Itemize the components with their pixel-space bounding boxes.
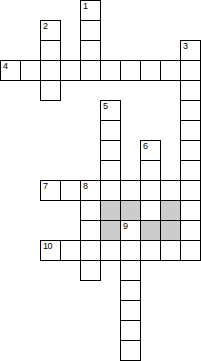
cell-r5c3[interactable] [40, 80, 61, 101]
cell-r7c6[interactable] [100, 120, 121, 141]
cell-r13c9[interactable] [160, 240, 181, 261]
clue-number-3: 3 [183, 41, 188, 52]
cell-r5c10[interactable] [180, 80, 201, 101]
cell-r10c9[interactable] [160, 180, 181, 201]
blocked-cell-r12c9 [160, 220, 181, 241]
crossword-page: 12345678910 [0, 0, 201, 361]
cell-r10c5[interactable]: 8 [80, 180, 101, 201]
cell-r9c8[interactable] [140, 160, 161, 181]
cell-r18c7[interactable] [120, 340, 141, 361]
cell-r11c10[interactable] [180, 200, 201, 221]
cell-r14c5[interactable] [80, 260, 101, 281]
cell-r7c10[interactable] [180, 120, 201, 141]
cell-r17c7[interactable] [120, 320, 141, 341]
clue-number-2: 2 [43, 21, 48, 32]
cell-r4c5[interactable] [80, 60, 101, 81]
cell-r3c10[interactable]: 3 [180, 40, 201, 61]
cell-r4c2[interactable] [20, 60, 41, 81]
clue-number-6: 6 [143, 141, 148, 152]
cell-r12c10[interactable] [180, 220, 201, 241]
cell-r12c7[interactable]: 9 [120, 220, 141, 241]
cell-r10c3[interactable]: 7 [40, 180, 61, 201]
clue-number-4: 4 [3, 61, 8, 72]
cell-r3c5[interactable] [80, 40, 101, 61]
cell-r4c8[interactable] [140, 60, 161, 81]
cell-r11c8[interactable] [140, 200, 161, 221]
cell-r9c10[interactable] [180, 160, 201, 181]
cell-r8c8[interactable]: 6 [140, 140, 161, 161]
clue-number-7: 7 [43, 181, 48, 192]
cell-r6c6[interactable]: 5 [100, 100, 121, 121]
cell-r10c6[interactable] [100, 180, 121, 201]
clue-number-10: 10 [43, 241, 52, 252]
cell-r14c7[interactable] [120, 260, 141, 281]
cell-r10c4[interactable] [60, 180, 81, 201]
cell-r4c7[interactable] [120, 60, 141, 81]
cell-r15c7[interactable] [120, 280, 141, 301]
clue-number-5: 5 [103, 101, 108, 112]
cell-r2c5[interactable] [80, 20, 101, 41]
blocked-cell-r11c9 [160, 200, 181, 221]
clue-number-1: 1 [83, 1, 88, 12]
cell-r12c5[interactable] [80, 220, 101, 241]
blocked-cell-r11c6 [100, 200, 121, 221]
cell-r10c10[interactable] [180, 180, 201, 201]
blocked-cell-r12c8 [140, 220, 161, 241]
cell-r13c8[interactable] [140, 240, 161, 261]
cell-r8c10[interactable] [180, 140, 201, 161]
blocked-cell-r11c7 [120, 200, 141, 221]
cell-r13c7[interactable] [120, 240, 141, 261]
cell-r4c9[interactable] [160, 60, 181, 81]
cell-r8c6[interactable] [100, 140, 121, 161]
cell-r4c6[interactable] [100, 60, 121, 81]
blocked-cell-r12c6 [100, 220, 121, 241]
cell-r11c5[interactable] [80, 200, 101, 221]
cell-r9c6[interactable] [100, 160, 121, 181]
cell-r13c6[interactable] [100, 240, 121, 261]
cell-r13c3[interactable]: 10 [40, 240, 61, 261]
cell-r4c10[interactable] [180, 60, 201, 81]
cell-r3c3[interactable] [40, 40, 61, 61]
cell-r4c1[interactable]: 4 [0, 60, 21, 81]
cell-r13c5[interactable] [80, 240, 101, 261]
cell-r2c3[interactable]: 2 [40, 20, 61, 41]
cell-r1c5[interactable]: 1 [80, 0, 101, 21]
crossword-grid: 12345678910 [0, 0, 201, 361]
cell-r4c3[interactable] [40, 60, 61, 81]
clue-number-8: 8 [83, 181, 88, 192]
cell-r13c10[interactable] [180, 240, 201, 261]
cell-r10c8[interactable] [140, 180, 161, 201]
clue-number-9: 9 [123, 221, 128, 232]
cell-r10c7[interactable] [120, 180, 141, 201]
cell-r4c4[interactable] [60, 60, 81, 81]
cell-r13c4[interactable] [60, 240, 81, 261]
cell-r16c7[interactable] [120, 300, 141, 321]
cell-r6c10[interactable] [180, 100, 201, 121]
